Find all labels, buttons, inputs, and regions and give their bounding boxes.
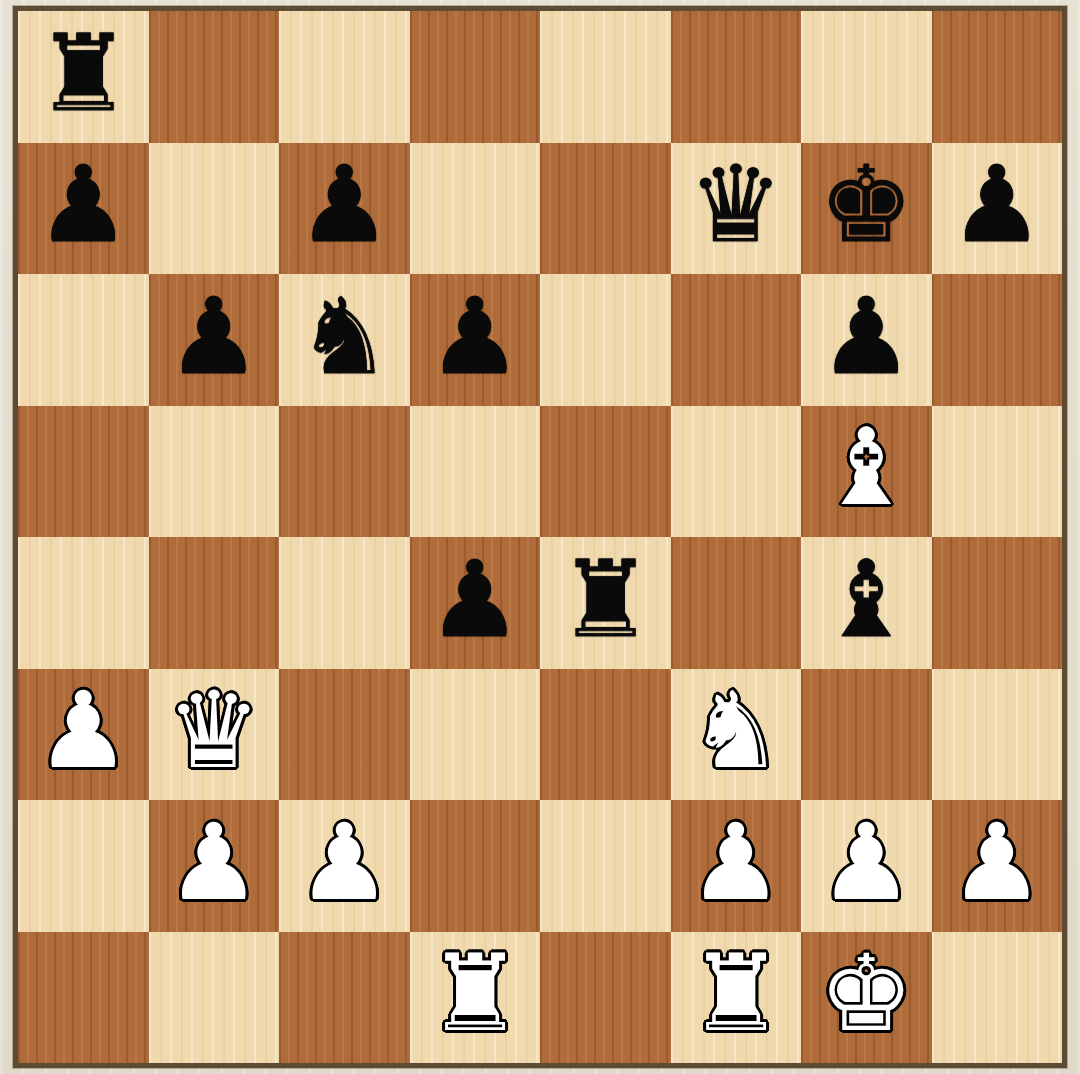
black-pawn[interactable]: ♟	[949, 152, 1044, 258]
square-h2[interactable]: ♟	[932, 800, 1063, 932]
square-g3[interactable]	[801, 669, 932, 801]
square-c6[interactable]: ♞	[279, 274, 410, 406]
square-d7[interactable]	[410, 143, 541, 275]
square-g4[interactable]: ♝	[801, 537, 932, 669]
square-a2[interactable]	[18, 800, 149, 932]
square-e6[interactable]	[540, 274, 671, 406]
square-c3[interactable]	[279, 669, 410, 801]
square-a7[interactable]: ♟	[18, 143, 149, 275]
square-d6[interactable]: ♟	[410, 274, 541, 406]
square-c7[interactable]: ♟	[279, 143, 410, 275]
square-a6[interactable]	[18, 274, 149, 406]
square-f7[interactable]: ♛	[671, 143, 802, 275]
square-g1[interactable]: ♚	[801, 932, 932, 1064]
square-c8[interactable]	[279, 11, 410, 143]
black-pawn[interactable]: ♟	[297, 152, 392, 258]
square-f2[interactable]: ♟	[671, 800, 802, 932]
square-b4[interactable]	[149, 537, 280, 669]
black-pawn[interactable]: ♟	[166, 284, 261, 390]
square-g5[interactable]: ♝	[801, 406, 932, 538]
square-b1[interactable]	[149, 932, 280, 1064]
square-b3[interactable]: ♛	[149, 669, 280, 801]
black-king[interactable]: ♚	[819, 152, 914, 258]
black-rook[interactable]: ♜	[558, 547, 653, 653]
square-a5[interactable]	[18, 406, 149, 538]
square-h3[interactable]	[932, 669, 1063, 801]
chess-board: ♜♟♟♛♚♟♟♞♟♟♝♟♜♝♟♛♞♟♟♟♟♟♜♜♚	[18, 11, 1062, 1063]
square-h4[interactable]	[932, 537, 1063, 669]
square-f6[interactable]	[671, 274, 802, 406]
square-a8[interactable]: ♜	[18, 11, 149, 143]
square-f3[interactable]: ♞	[671, 669, 802, 801]
square-c1[interactable]	[279, 932, 410, 1064]
black-pawn[interactable]: ♟	[427, 547, 522, 653]
square-f8[interactable]	[671, 11, 802, 143]
square-a4[interactable]	[18, 537, 149, 669]
square-c5[interactable]	[279, 406, 410, 538]
square-d2[interactable]	[410, 800, 541, 932]
square-d5[interactable]	[410, 406, 541, 538]
square-e7[interactable]	[540, 143, 671, 275]
square-g2[interactable]: ♟	[801, 800, 932, 932]
square-g8[interactable]	[801, 11, 932, 143]
square-c2[interactable]: ♟	[279, 800, 410, 932]
square-c4[interactable]	[279, 537, 410, 669]
square-b2[interactable]: ♟	[149, 800, 280, 932]
black-queen[interactable]: ♛	[688, 152, 783, 258]
black-pawn[interactable]: ♟	[427, 284, 522, 390]
square-a3[interactable]: ♟	[18, 669, 149, 801]
square-h1[interactable]	[932, 932, 1063, 1064]
square-e4[interactable]: ♜	[540, 537, 671, 669]
square-g6[interactable]: ♟	[801, 274, 932, 406]
square-b5[interactable]	[149, 406, 280, 538]
white-bishop[interactable]: ♝	[819, 415, 914, 521]
white-pawn[interactable]: ♟	[819, 810, 914, 916]
square-b8[interactable]	[149, 11, 280, 143]
board-frame: ♜♟♟♛♚♟♟♞♟♟♝♟♜♝♟♛♞♟♟♟♟♟♜♜♚	[13, 6, 1067, 1068]
square-d1[interactable]: ♜	[410, 932, 541, 1064]
square-f5[interactable]	[671, 406, 802, 538]
white-pawn[interactable]: ♟	[297, 810, 392, 916]
square-e8[interactable]	[540, 11, 671, 143]
square-f4[interactable]	[671, 537, 802, 669]
square-d8[interactable]	[410, 11, 541, 143]
square-h7[interactable]: ♟	[932, 143, 1063, 275]
square-e2[interactable]	[540, 800, 671, 932]
black-pawn[interactable]: ♟	[36, 152, 131, 258]
white-queen[interactable]: ♛	[166, 678, 261, 784]
white-pawn[interactable]: ♟	[688, 810, 783, 916]
square-d3[interactable]	[410, 669, 541, 801]
white-king[interactable]: ♚	[819, 941, 914, 1047]
black-bishop[interactable]: ♝	[819, 547, 914, 653]
square-d4[interactable]: ♟	[410, 537, 541, 669]
white-pawn[interactable]: ♟	[166, 810, 261, 916]
square-b7[interactable]	[149, 143, 280, 275]
white-pawn[interactable]: ♟	[36, 678, 131, 784]
square-h8[interactable]	[932, 11, 1063, 143]
square-b6[interactable]: ♟	[149, 274, 280, 406]
square-e5[interactable]	[540, 406, 671, 538]
white-pawn[interactable]: ♟	[949, 810, 1044, 916]
black-pawn[interactable]: ♟	[819, 284, 914, 390]
white-rook[interactable]: ♜	[688, 941, 783, 1047]
black-rook[interactable]: ♜	[36, 21, 131, 127]
black-knight[interactable]: ♞	[297, 284, 392, 390]
square-g7[interactable]: ♚	[801, 143, 932, 275]
square-f1[interactable]: ♜	[671, 932, 802, 1064]
square-h5[interactable]	[932, 406, 1063, 538]
square-e1[interactable]	[540, 932, 671, 1064]
square-e3[interactable]	[540, 669, 671, 801]
white-knight[interactable]: ♞	[688, 678, 783, 784]
square-a1[interactable]	[18, 932, 149, 1064]
white-rook[interactable]: ♜	[427, 941, 522, 1047]
square-h6[interactable]	[932, 274, 1063, 406]
